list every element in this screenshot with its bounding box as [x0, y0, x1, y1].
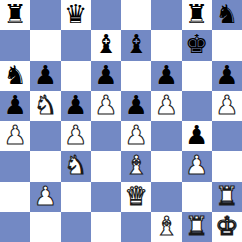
square-c5[interactable]: ♟	[61, 91, 91, 121]
square-e7[interactable]: ♝	[121, 30, 151, 60]
square-h4[interactable]	[212, 121, 242, 151]
square-b4[interactable]	[30, 121, 60, 151]
black-pawn[interactable]: ♟	[185, 122, 208, 148]
square-a8[interactable]: ♜	[0, 0, 30, 30]
square-h6[interactable]: ♟	[212, 61, 242, 91]
square-d7[interactable]: ♝	[91, 30, 121, 60]
square-b5[interactable]: ♞	[30, 91, 60, 121]
square-b1[interactable]	[30, 212, 60, 242]
square-h2[interactable]: ♜	[212, 182, 242, 212]
black-knight[interactable]: ♞	[3, 62, 26, 88]
white-pawn[interactable]: ♟	[215, 92, 238, 118]
square-h7[interactable]	[212, 30, 242, 60]
square-g4[interactable]: ♟	[182, 121, 212, 151]
square-e4[interactable]: ♟	[121, 121, 151, 151]
square-f6[interactable]: ♟	[151, 61, 181, 91]
square-a5[interactable]: ♟	[0, 91, 30, 121]
square-c8[interactable]: ♛	[61, 0, 91, 30]
black-bishop[interactable]: ♝	[124, 31, 147, 57]
white-pawn[interactable]: ♟	[64, 122, 87, 148]
black-pawn[interactable]: ♟	[155, 62, 178, 88]
square-g1[interactable]: ♜	[182, 212, 212, 242]
square-a7[interactable]	[0, 30, 30, 60]
black-bishop[interactable]: ♝	[94, 31, 117, 57]
square-e5[interactable]: ♟	[121, 91, 151, 121]
square-f4[interactable]	[151, 121, 181, 151]
black-rook[interactable]: ♜	[185, 1, 208, 27]
square-e1[interactable]	[121, 212, 151, 242]
square-d5[interactable]: ♟	[91, 91, 121, 121]
square-d8[interactable]	[91, 0, 121, 30]
square-f2[interactable]	[151, 182, 181, 212]
square-d1[interactable]	[91, 212, 121, 242]
square-f3[interactable]	[151, 151, 181, 181]
white-king[interactable]: ♚	[215, 213, 238, 239]
white-pawn[interactable]: ♟	[185, 152, 208, 178]
square-h3[interactable]	[212, 151, 242, 181]
square-g6[interactable]	[182, 61, 212, 91]
square-a6[interactable]: ♞	[0, 61, 30, 91]
white-pawn[interactable]: ♟	[155, 92, 178, 118]
white-pawn[interactable]: ♟	[34, 183, 57, 209]
square-g7[interactable]: ♚	[182, 30, 212, 60]
white-bishop[interactable]: ♝	[155, 213, 178, 239]
square-g8[interactable]: ♜	[182, 0, 212, 30]
square-b8[interactable]	[30, 0, 60, 30]
square-c2[interactable]	[61, 182, 91, 212]
square-a4[interactable]: ♟	[0, 121, 30, 151]
black-pawn[interactable]: ♟	[94, 62, 117, 88]
square-g3[interactable]: ♟	[182, 151, 212, 181]
square-e2[interactable]: ♛	[121, 182, 151, 212]
square-f8[interactable]	[151, 0, 181, 30]
square-d6[interactable]: ♟	[91, 61, 121, 91]
white-pawn[interactable]: ♟	[124, 122, 147, 148]
square-d4[interactable]	[91, 121, 121, 151]
square-b2[interactable]: ♟	[30, 182, 60, 212]
square-c3[interactable]: ♞	[61, 151, 91, 181]
square-d2[interactable]	[91, 182, 121, 212]
square-f7[interactable]	[151, 30, 181, 60]
white-pawn[interactable]: ♟	[94, 92, 117, 118]
square-h5[interactable]: ♟	[212, 91, 242, 121]
black-pawn[interactable]: ♟	[34, 62, 57, 88]
square-e6[interactable]	[121, 61, 151, 91]
black-pawn[interactable]: ♟	[215, 62, 238, 88]
square-e3[interactable]: ♝	[121, 151, 151, 181]
white-rook[interactable]: ♜	[185, 213, 208, 239]
square-h1[interactable]: ♚	[212, 212, 242, 242]
square-a1[interactable]	[0, 212, 30, 242]
square-b3[interactable]	[30, 151, 60, 181]
square-e8[interactable]	[121, 0, 151, 30]
white-bishop[interactable]: ♝	[124, 152, 147, 178]
square-g5[interactable]	[182, 91, 212, 121]
square-g2[interactable]	[182, 182, 212, 212]
black-pawn[interactable]: ♟	[3, 92, 26, 118]
black-rook[interactable]: ♜	[3, 1, 26, 27]
black-queen[interactable]: ♛	[64, 1, 87, 27]
square-b7[interactable]	[30, 30, 60, 60]
white-queen[interactable]: ♛	[124, 183, 147, 209]
black-pawn[interactable]: ♟	[124, 92, 147, 118]
square-b6[interactable]: ♟	[30, 61, 60, 91]
black-knight[interactable]: ♞	[215, 1, 238, 27]
white-knight[interactable]: ♞	[64, 152, 87, 178]
square-a2[interactable]	[0, 182, 30, 212]
square-c7[interactable]	[61, 30, 91, 60]
chess-board: ♜♛♜♞♝♝♚♞♟♟♟♟♟♞♟♟♟♟♟♟♟♟♟♞♝♟♟♛♜♝♜♚	[0, 0, 242, 242]
square-h8[interactable]: ♞	[212, 0, 242, 30]
black-pawn[interactable]: ♟	[64, 92, 87, 118]
white-pawn[interactable]: ♟	[3, 122, 26, 148]
square-a3[interactable]	[0, 151, 30, 181]
square-d3[interactable]	[91, 151, 121, 181]
square-c4[interactable]: ♟	[61, 121, 91, 151]
white-rook[interactable]: ♜	[215, 183, 238, 209]
square-c1[interactable]	[61, 212, 91, 242]
black-king[interactable]: ♚	[185, 31, 208, 57]
square-f5[interactable]: ♟	[151, 91, 181, 121]
white-knight[interactable]: ♞	[34, 92, 57, 118]
square-f1[interactable]: ♝	[151, 212, 181, 242]
square-c6[interactable]	[61, 61, 91, 91]
